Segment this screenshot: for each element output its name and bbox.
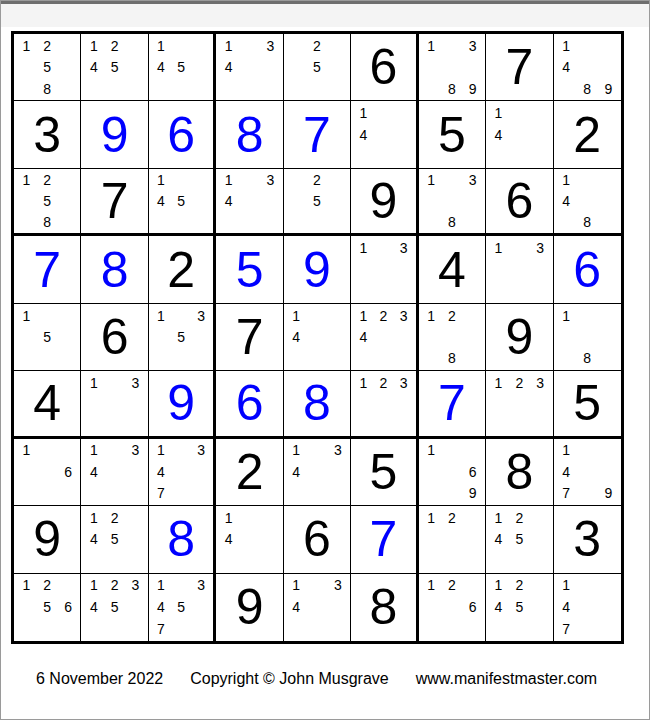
candidate-1: 1	[353, 305, 373, 326]
candidate-1: 1	[286, 575, 307, 597]
cell-r7c4: 2	[216, 439, 283, 506]
candidate-2: 2	[104, 575, 125, 597]
cell-r3c7: 138	[419, 169, 486, 236]
candidate-3: 3	[125, 440, 146, 461]
cell-r9c9: 147	[554, 574, 621, 641]
candidate-4: 4	[151, 461, 171, 482]
candidate-8: 8	[577, 78, 598, 99]
candidate-1: 1	[16, 440, 37, 461]
pencil-marks: 14	[488, 102, 550, 166]
pencil-marks: 145	[151, 35, 211, 99]
candidate-1: 1	[16, 35, 37, 56]
candidate-4: 4	[218, 529, 239, 550]
candidate-4: 4	[286, 461, 307, 482]
cell-r4c4: 5	[216, 236, 283, 303]
pencil-marks: 134	[218, 170, 280, 232]
cell-r2c2: 9	[81, 101, 148, 168]
candidate-2: 2	[104, 507, 125, 528]
cell-r2c4: 8	[216, 101, 283, 168]
given-digit: 9	[486, 304, 552, 370]
pencil-marks: 1245	[488, 507, 550, 571]
pencil-marks: 1234	[353, 305, 413, 369]
pencil-marks: 1489	[556, 35, 619, 99]
solved-digit: 8	[284, 371, 350, 435]
pencil-marks: 135	[151, 305, 211, 369]
cell-r5c5: 14	[284, 304, 351, 371]
cell-r9c5: 134	[284, 574, 351, 641]
cell-r5c1: 15	[14, 304, 81, 371]
pencil-marks: 1258	[16, 35, 78, 99]
candidate-1: 1	[83, 575, 104, 597]
candidate-3: 3	[125, 575, 146, 597]
candidate-4: 4	[556, 461, 577, 482]
cell-r6c4: 6	[216, 371, 283, 438]
cell-r3c6: 9	[351, 169, 418, 236]
cell-r9c7: 126	[419, 574, 486, 641]
page: 1258124514513425613897148939687145142125…	[0, 0, 650, 720]
cell-r4c3: 2	[149, 236, 216, 303]
given-digit: 2	[554, 101, 621, 167]
given-digit: 5	[554, 371, 621, 435]
candidate-5: 5	[171, 56, 191, 77]
candidate-3: 3	[125, 372, 146, 393]
candidate-6: 6	[462, 461, 483, 482]
pencil-marks: 14	[218, 507, 280, 571]
given-digit: 2	[216, 439, 282, 505]
given-digit: 3	[554, 506, 621, 572]
pencil-marks: 128	[421, 305, 483, 369]
solved-digit: 7	[14, 236, 80, 302]
cell-r3c2: 7	[81, 169, 148, 236]
candidate-1: 1	[556, 575, 577, 597]
candidate-2: 2	[441, 305, 462, 326]
pencil-marks: 123	[488, 372, 550, 434]
cell-r5c4: 7	[216, 304, 283, 371]
given-digit: 5	[351, 439, 415, 505]
candidate-3: 3	[530, 237, 551, 258]
candidate-2: 2	[373, 372, 393, 393]
pencil-marks: 134	[218, 35, 280, 99]
candidate-3: 3	[462, 170, 483, 191]
candidate-4: 4	[353, 124, 373, 145]
pencil-marks: 12345	[83, 575, 145, 640]
candidate-4: 4	[488, 529, 509, 550]
pencil-marks: 25	[286, 170, 348, 232]
candidate-1: 1	[421, 507, 442, 528]
footer: 6 November 2022 Copyright © John Musgrav…	[36, 670, 597, 688]
candidate-1: 1	[353, 102, 373, 123]
candidate-5: 5	[37, 596, 58, 618]
candidate-4: 4	[488, 124, 509, 145]
candidate-9: 9	[598, 78, 619, 99]
candidate-3: 3	[394, 372, 414, 393]
sudoku-board: 1258124514513425613897148939687145142125…	[11, 31, 624, 644]
candidate-1: 1	[151, 440, 171, 461]
candidate-1: 1	[16, 575, 37, 597]
candidate-3: 3	[191, 575, 211, 597]
cell-r1c3: 145	[149, 34, 216, 101]
candidate-6: 6	[58, 596, 79, 618]
candidate-3: 3	[394, 237, 414, 258]
candidate-4: 4	[83, 56, 104, 77]
candidate-4: 4	[286, 326, 307, 347]
candidate-4: 4	[488, 596, 509, 618]
cell-r1c8: 7	[486, 34, 553, 101]
cell-r6c2: 13	[81, 371, 148, 438]
cell-r9c3: 13457	[149, 574, 216, 641]
pencil-marks: 13	[353, 237, 413, 301]
cell-r4c5: 9	[284, 236, 351, 303]
candidate-1: 1	[286, 440, 307, 461]
given-digit: 7	[81, 169, 147, 233]
candidate-2: 2	[307, 170, 328, 191]
given-digit: 9	[351, 169, 415, 233]
cell-r4c2: 8	[81, 236, 148, 303]
candidate-8: 8	[441, 348, 462, 369]
cell-r7c2: 134	[81, 439, 148, 506]
candidate-8: 8	[37, 212, 58, 233]
candidate-7: 7	[151, 483, 171, 504]
candidate-1: 1	[83, 35, 104, 56]
candidate-1: 1	[353, 237, 373, 258]
top-strip	[1, 4, 649, 27]
cell-r3c5: 25	[284, 169, 351, 236]
pencil-marks: 134	[286, 575, 348, 640]
cell-r1c1: 1258	[14, 34, 81, 101]
candidate-1: 1	[286, 305, 307, 326]
candidate-1: 1	[556, 35, 577, 56]
cell-r6c1: 4	[14, 371, 81, 438]
candidate-1: 1	[218, 35, 239, 56]
cell-r1c4: 134	[216, 34, 283, 101]
cell-r5c3: 135	[149, 304, 216, 371]
cell-r7c3: 1347	[149, 439, 216, 506]
cell-r3c4: 134	[216, 169, 283, 236]
solved-digit: 8	[81, 236, 147, 302]
cell-r2c7: 5	[419, 101, 486, 168]
candidate-5: 5	[37, 191, 58, 212]
cell-r6c5: 8	[284, 371, 351, 438]
cell-r8c3: 8	[149, 506, 216, 573]
candidate-3: 3	[327, 575, 348, 597]
candidate-1: 1	[488, 507, 509, 528]
given-digit: 6	[351, 34, 415, 100]
pencil-marks: 15	[16, 305, 78, 369]
candidate-1: 1	[488, 102, 509, 123]
candidate-4: 4	[556, 191, 577, 212]
pencil-marks: 169	[421, 440, 483, 504]
cell-r1c6: 6	[351, 34, 418, 101]
candidate-4: 4	[286, 596, 307, 618]
candidate-7: 7	[556, 618, 577, 640]
cell-r8c5: 6	[284, 506, 351, 573]
given-digit: 4	[14, 371, 80, 435]
candidate-5: 5	[104, 56, 125, 77]
candidate-1: 1	[421, 305, 442, 326]
cell-r3c8: 6	[486, 169, 553, 236]
pencil-marks: 1258	[16, 170, 78, 232]
candidate-2: 2	[373, 305, 393, 326]
cell-r9c1: 1256	[14, 574, 81, 641]
candidate-3: 3	[327, 440, 348, 461]
candidate-9: 9	[462, 78, 483, 99]
candidate-9: 9	[462, 483, 483, 504]
candidate-8: 8	[441, 78, 462, 99]
solved-digit: 7	[419, 371, 485, 435]
candidate-5: 5	[171, 326, 191, 347]
cell-r3c3: 145	[149, 169, 216, 236]
footer-website: www.manifestmaster.com	[416, 670, 597, 688]
candidate-1: 1	[151, 170, 171, 191]
cell-r2c6: 14	[351, 101, 418, 168]
candidate-8: 8	[577, 348, 598, 369]
cell-r1c9: 1489	[554, 34, 621, 101]
candidate-7: 7	[556, 483, 577, 504]
cell-r1c7: 1389	[419, 34, 486, 101]
solved-digit: 8	[149, 506, 213, 572]
cell-r5c6: 1234	[351, 304, 418, 371]
pencil-marks: 13	[488, 237, 550, 301]
given-digit: 6	[81, 304, 147, 370]
cell-r7c5: 134	[284, 439, 351, 506]
cell-r9c8: 1245	[486, 574, 553, 641]
solved-digit: 7	[284, 101, 350, 167]
cell-r4c9: 6	[554, 236, 621, 303]
candidate-2: 2	[37, 575, 58, 597]
pencil-marks: 134	[286, 440, 348, 504]
cell-r5c7: 128	[419, 304, 486, 371]
cell-r2c9: 2	[554, 101, 621, 168]
pencil-marks: 1256	[16, 575, 78, 640]
cell-r1c5: 25	[284, 34, 351, 101]
given-digit: 3	[14, 101, 80, 167]
pencil-marks: 13	[83, 372, 145, 434]
pencil-marks: 14	[286, 305, 348, 369]
given-digit: 6	[486, 169, 552, 233]
pencil-marks: 138	[421, 170, 483, 232]
candidate-4: 4	[151, 596, 171, 618]
pencil-marks: 148	[556, 170, 619, 232]
candidate-2: 2	[307, 35, 328, 56]
pencil-marks: 123	[353, 372, 413, 434]
candidate-4: 4	[151, 191, 171, 212]
cell-r7c8: 8	[486, 439, 553, 506]
pencil-marks: 1245	[83, 507, 145, 571]
candidate-2: 2	[441, 575, 462, 597]
pencil-marks: 1479	[556, 440, 619, 504]
candidate-1: 1	[151, 575, 171, 597]
candidate-5: 5	[509, 596, 530, 618]
cell-r4c6: 13	[351, 236, 418, 303]
candidate-1: 1	[488, 372, 509, 393]
candidate-5: 5	[509, 529, 530, 550]
pencil-marks: 1389	[421, 35, 483, 99]
cell-r7c7: 169	[419, 439, 486, 506]
given-digit: 7	[216, 304, 282, 370]
candidate-1: 1	[83, 507, 104, 528]
cell-r2c1: 3	[14, 101, 81, 168]
cell-r2c3: 6	[149, 101, 216, 168]
candidate-1: 1	[421, 170, 442, 191]
pencil-marks: 147	[556, 575, 619, 640]
solved-digit: 6	[554, 236, 621, 302]
pencil-marks: 25	[286, 35, 348, 99]
candidate-3: 3	[462, 35, 483, 56]
candidate-4: 4	[83, 529, 104, 550]
candidate-1: 1	[353, 372, 373, 393]
cell-r7c6: 5	[351, 439, 418, 506]
pencil-marks: 13457	[151, 575, 211, 640]
solved-digit: 9	[149, 371, 213, 435]
candidate-3: 3	[260, 35, 281, 56]
cell-r7c9: 1479	[554, 439, 621, 506]
candidate-5: 5	[171, 191, 191, 212]
candidate-2: 2	[37, 170, 58, 191]
solved-digit: 9	[284, 236, 350, 302]
pencil-marks: 16	[16, 440, 78, 504]
cell-r9c6: 8	[351, 574, 418, 641]
cell-r4c8: 13	[486, 236, 553, 303]
candidate-5: 5	[37, 326, 58, 347]
pencil-marks: 12	[421, 507, 483, 571]
candidate-1: 1	[83, 440, 104, 461]
given-digit: 7	[486, 34, 552, 100]
cell-r1c2: 1245	[81, 34, 148, 101]
cell-r4c7: 4	[419, 236, 486, 303]
pencil-marks: 134	[83, 440, 145, 504]
candidate-3: 3	[191, 305, 211, 326]
candidate-1: 1	[488, 575, 509, 597]
cell-r6c8: 123	[486, 371, 553, 438]
cell-r6c7: 7	[419, 371, 486, 438]
candidate-1: 1	[421, 35, 442, 56]
pencil-marks: 126	[421, 575, 483, 640]
given-digit: 9	[14, 506, 80, 572]
candidate-1: 1	[83, 372, 104, 393]
cell-r7c1: 16	[14, 439, 81, 506]
candidate-1: 1	[556, 170, 577, 191]
cell-r9c2: 12345	[81, 574, 148, 641]
given-digit: 6	[284, 506, 350, 572]
cell-r8c7: 12	[419, 506, 486, 573]
candidate-5: 5	[307, 191, 328, 212]
candidate-2: 2	[509, 372, 530, 393]
candidate-1: 1	[218, 170, 239, 191]
solved-digit: 8	[216, 101, 282, 167]
candidate-6: 6	[58, 461, 79, 482]
cell-r6c3: 9	[149, 371, 216, 438]
candidate-5: 5	[171, 596, 191, 618]
solved-digit: 9	[81, 101, 147, 167]
candidate-2: 2	[37, 35, 58, 56]
candidate-1: 1	[421, 575, 442, 597]
cell-r5c9: 18	[554, 304, 621, 371]
candidate-3: 3	[530, 372, 551, 393]
candidate-5: 5	[307, 56, 328, 77]
candidate-4: 4	[556, 56, 577, 77]
candidate-1: 1	[488, 237, 509, 258]
candidate-2: 2	[509, 507, 530, 528]
cell-r3c9: 148	[554, 169, 621, 236]
cell-r8c9: 3	[554, 506, 621, 573]
cell-r2c5: 7	[284, 101, 351, 168]
given-digit: 8	[351, 574, 415, 641]
cell-r2c8: 14	[486, 101, 553, 168]
cell-r8c1: 9	[14, 506, 81, 573]
solved-digit: 7	[351, 506, 415, 572]
candidate-3: 3	[191, 440, 211, 461]
candidate-3: 3	[394, 305, 414, 326]
candidate-4: 4	[353, 326, 373, 347]
given-digit: 5	[419, 101, 485, 167]
cell-r8c2: 1245	[81, 506, 148, 573]
candidate-1: 1	[556, 305, 577, 326]
given-digit: 2	[149, 236, 213, 302]
cell-r5c8: 9	[486, 304, 553, 371]
candidate-1: 1	[16, 170, 37, 191]
cell-r9c4: 9	[216, 574, 283, 641]
candidate-5: 5	[104, 596, 125, 618]
cell-r8c8: 1245	[486, 506, 553, 573]
cell-r3c1: 1258	[14, 169, 81, 236]
candidate-7: 7	[151, 618, 171, 640]
candidate-4: 4	[218, 191, 239, 212]
candidate-8: 8	[577, 212, 598, 233]
candidate-1: 1	[218, 507, 239, 528]
solved-digit: 5	[216, 236, 282, 302]
candidate-1: 1	[151, 305, 171, 326]
candidate-3: 3	[260, 170, 281, 191]
cell-r6c6: 123	[351, 371, 418, 438]
cell-r5c2: 6	[81, 304, 148, 371]
candidate-1: 1	[16, 305, 37, 326]
footer-date: 6 November 2022	[36, 670, 163, 688]
given-digit: 9	[216, 574, 282, 641]
candidate-1: 1	[556, 440, 577, 461]
candidate-4: 4	[151, 56, 171, 77]
cell-r6c9: 5	[554, 371, 621, 438]
solved-digit: 6	[149, 101, 213, 167]
cell-r4c1: 7	[14, 236, 81, 303]
footer-copyright: Copyright © John Musgrave	[190, 670, 389, 688]
candidate-1: 1	[151, 35, 171, 56]
candidate-2: 2	[104, 35, 125, 56]
pencil-marks: 145	[151, 170, 211, 232]
candidate-2: 2	[441, 507, 462, 528]
cell-r8c6: 7	[351, 506, 418, 573]
pencil-marks: 1245	[488, 575, 550, 640]
candidate-6: 6	[462, 596, 483, 618]
pencil-marks: 1245	[83, 35, 145, 99]
candidate-4: 4	[218, 56, 239, 77]
cell-r8c4: 14	[216, 506, 283, 573]
candidate-1: 1	[421, 440, 442, 461]
candidate-4: 4	[83, 461, 104, 482]
given-digit: 8	[486, 439, 552, 505]
solved-digit: 6	[216, 371, 282, 435]
candidate-5: 5	[104, 529, 125, 550]
candidate-4: 4	[556, 596, 577, 618]
pencil-marks: 14	[353, 102, 413, 166]
pencil-marks: 18	[556, 305, 619, 369]
pencil-marks: 1347	[151, 440, 211, 504]
candidate-2: 2	[509, 575, 530, 597]
candidate-8: 8	[37, 78, 58, 99]
candidate-9: 9	[598, 483, 619, 504]
candidate-8: 8	[441, 212, 462, 233]
given-digit: 4	[419, 236, 485, 302]
candidate-4: 4	[83, 596, 104, 618]
